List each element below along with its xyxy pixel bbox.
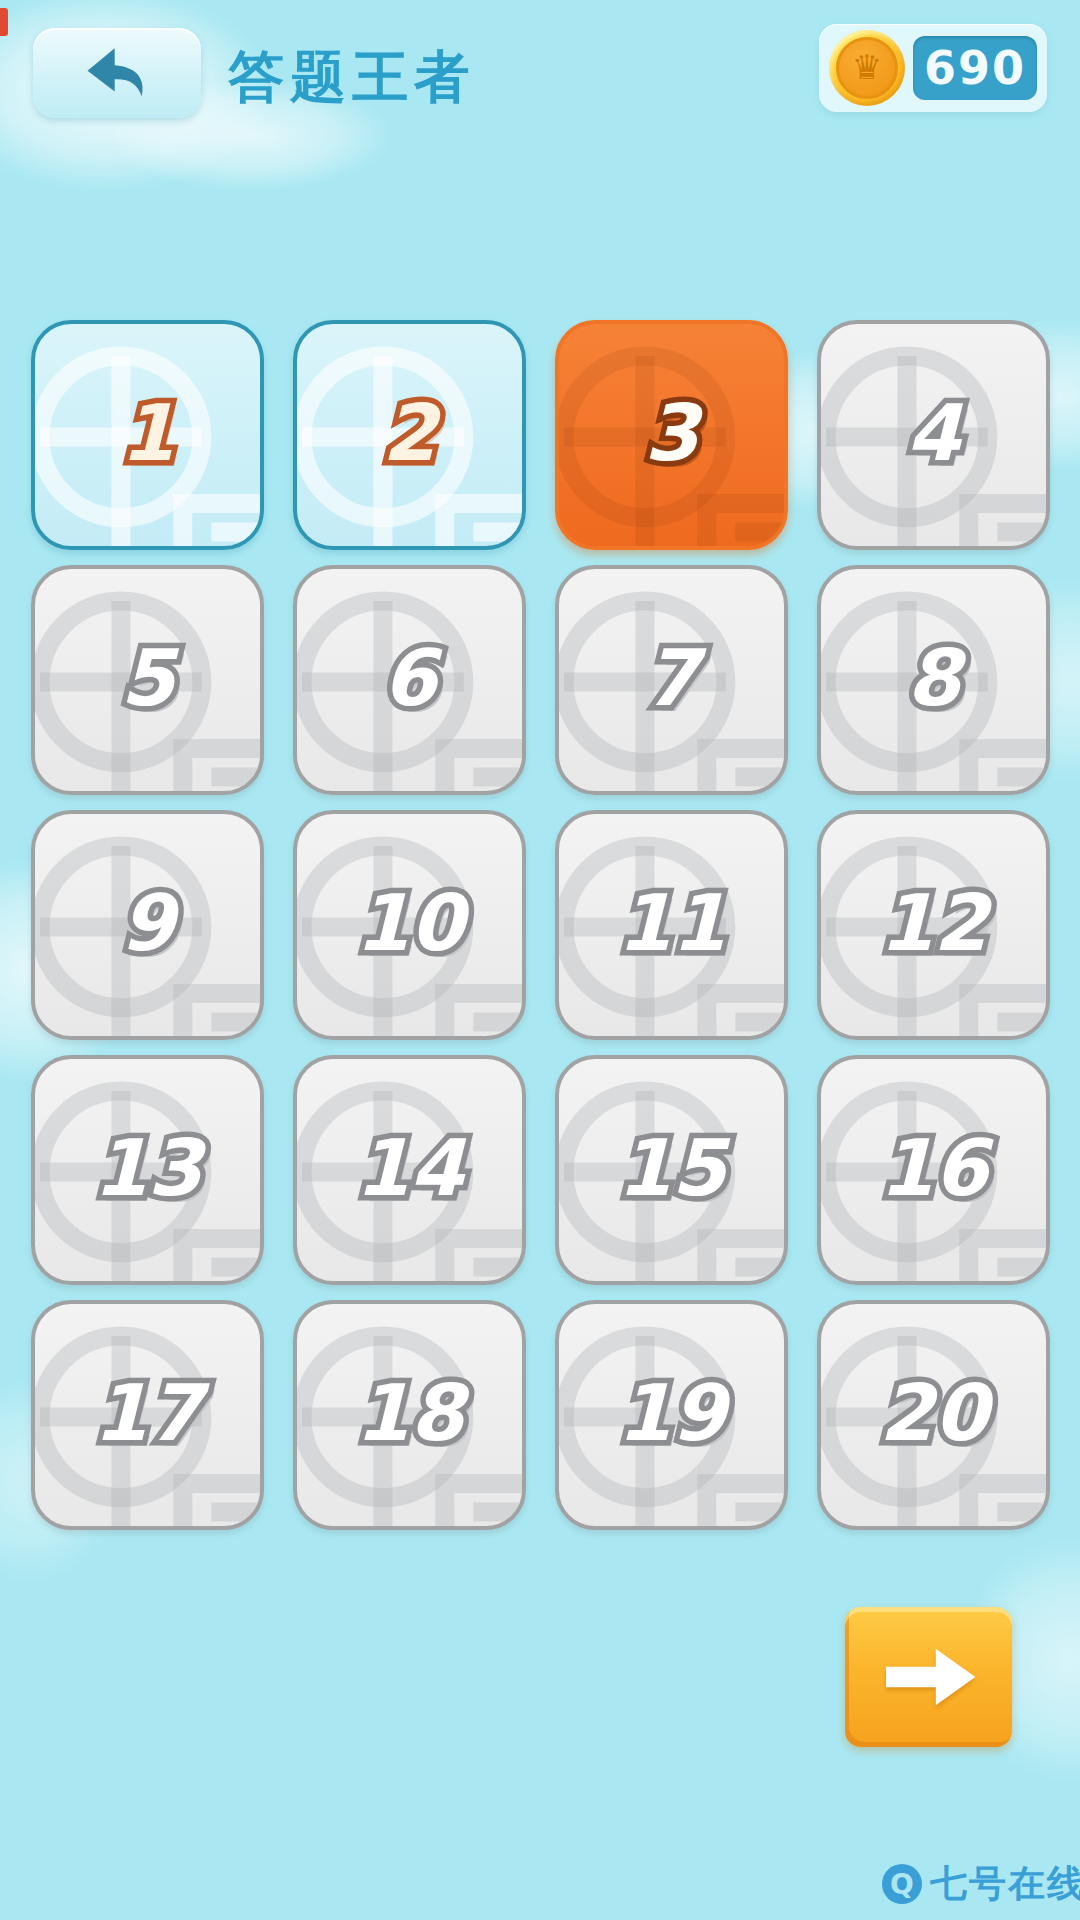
level-tile-10[interactable]: 10 xyxy=(293,810,526,1040)
right-arrow-icon xyxy=(870,1634,988,1720)
level-number: 10 xyxy=(355,884,464,962)
level-tile-17[interactable]: 17 xyxy=(31,1300,264,1530)
level-tile-18[interactable]: 18 xyxy=(293,1300,526,1530)
level-grid: 1 2 3 4 5 6 7 8 9 10 11 12 xyxy=(31,320,1050,1530)
level-tile-5[interactable]: 5 xyxy=(31,565,264,795)
level-tile-20[interactable]: 20 xyxy=(817,1300,1050,1530)
coin-value: 690 xyxy=(913,36,1037,100)
level-number: 20 xyxy=(879,1374,988,1452)
level-number: 17 xyxy=(93,1374,202,1452)
next-page-button[interactable] xyxy=(845,1607,1012,1747)
level-tile-19[interactable]: 19 xyxy=(555,1300,788,1530)
corner-red-mark xyxy=(0,8,8,36)
level-number: 2 xyxy=(382,394,436,472)
watermark-logo-q: Q xyxy=(882,1864,922,1904)
level-tile-6[interactable]: 6 xyxy=(293,565,526,795)
level-tile-7[interactable]: 7 xyxy=(555,565,788,795)
level-number: 5 xyxy=(120,639,174,717)
page-title: 答题王者 xyxy=(228,42,476,112)
level-tile-2[interactable]: 2 xyxy=(293,320,526,550)
level-number: 19 xyxy=(617,1374,726,1452)
level-tile-3[interactable]: 3 xyxy=(555,320,788,550)
watermark: Q 七号在线 xyxy=(882,1862,1080,1906)
level-number: 6 xyxy=(382,639,436,717)
level-number: 8 xyxy=(906,639,960,717)
coin-counter: ♛ 690 xyxy=(819,24,1047,112)
coin-inner-disc: ♛ xyxy=(836,37,898,99)
level-tile-12[interactable]: 12 xyxy=(817,810,1050,1040)
level-number: 7 xyxy=(644,639,698,717)
level-number: 12 xyxy=(879,884,988,962)
level-number: 3 xyxy=(644,394,698,472)
level-tile-8[interactable]: 8 xyxy=(817,565,1050,795)
level-tile-16[interactable]: 16 xyxy=(817,1055,1050,1285)
level-tile-13[interactable]: 13 xyxy=(31,1055,264,1285)
watermark-text: 七号在线 xyxy=(930,1859,1080,1909)
coin-icon: ♛ xyxy=(829,30,905,106)
level-tile-9[interactable]: 9 xyxy=(31,810,264,1040)
back-button[interactable] xyxy=(33,28,201,118)
level-number: 14 xyxy=(355,1129,464,1207)
level-number: 18 xyxy=(355,1374,464,1452)
level-number: 13 xyxy=(93,1129,202,1207)
back-arrow-icon xyxy=(75,42,159,104)
level-tile-14[interactable]: 14 xyxy=(293,1055,526,1285)
level-number: 4 xyxy=(906,394,960,472)
level-tile-4[interactable]: 4 xyxy=(817,320,1050,550)
level-number: 1 xyxy=(120,394,174,472)
level-number: 16 xyxy=(879,1129,988,1207)
level-number: 9 xyxy=(120,884,174,962)
level-number: 15 xyxy=(617,1129,726,1207)
level-tile-15[interactable]: 15 xyxy=(555,1055,788,1285)
crown-icon: ♛ xyxy=(852,50,882,84)
level-tile-1[interactable]: 1 xyxy=(31,320,264,550)
level-tile-11[interactable]: 11 xyxy=(555,810,788,1040)
level-number: 11 xyxy=(617,884,726,962)
